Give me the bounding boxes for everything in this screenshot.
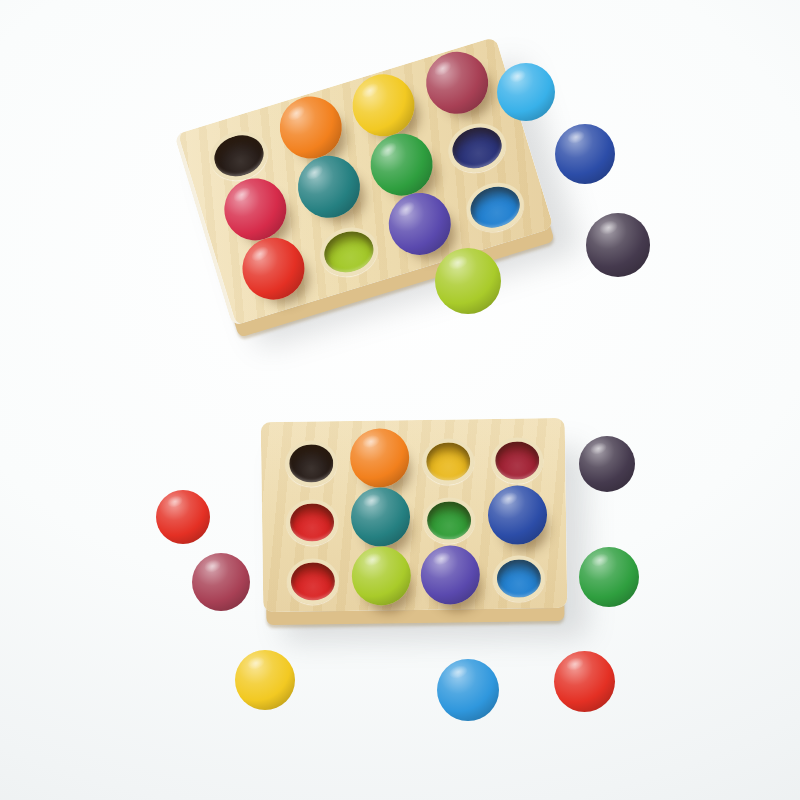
ball-yellow[interactable]	[345, 67, 422, 144]
bottom-board-cell-r2c1	[278, 492, 347, 552]
bottom-board-cell-r3c3	[415, 549, 484, 609]
hole-navy	[442, 117, 511, 180]
bottom-board-cell-r3c2	[347, 550, 416, 610]
bottom-board-cell-r2c3	[415, 490, 484, 550]
bottom-board-face	[261, 418, 568, 612]
product-photo-scene	[0, 0, 800, 800]
hole-lightblue	[492, 555, 545, 602]
ball-purple[interactable]	[420, 545, 480, 605]
hole-yellow	[422, 438, 475, 485]
hole-lime	[314, 221, 383, 284]
ball-maroon[interactable]	[418, 44, 495, 121]
ball-red[interactable]	[554, 651, 615, 712]
bottom-board-cell-r3c1	[279, 551, 348, 611]
hole-darkred	[491, 437, 544, 484]
ball-royalblue[interactable]	[555, 124, 615, 184]
ball-red[interactable]	[156, 490, 210, 544]
ball-orange[interactable]	[350, 428, 410, 488]
hole-black	[204, 124, 273, 187]
ball-maroon[interactable]	[192, 553, 250, 611]
bottom-board-cell-r1c2	[345, 432, 414, 492]
bottom-board	[261, 418, 568, 612]
ball-green[interactable]	[579, 547, 639, 607]
bottom-board-cell-r3c4	[484, 548, 553, 608]
ball-eggplant[interactable]	[586, 213, 650, 277]
ball-yellow[interactable]	[235, 650, 295, 710]
ball-royalblue[interactable]	[488, 485, 548, 545]
bottom-board-cell-r2c4	[483, 489, 552, 549]
bottom-board-cell-r1c1	[277, 433, 346, 493]
ball-lime[interactable]	[352, 546, 412, 606]
ball-skyblue[interactable]	[497, 63, 555, 121]
ball-azure[interactable]	[437, 659, 499, 721]
ball-lime[interactable]	[435, 248, 501, 314]
bottom-board-cell-r1c4	[482, 430, 551, 490]
hole-lightblue	[460, 176, 529, 239]
hole-red	[286, 499, 339, 546]
hole-green	[423, 497, 476, 544]
ball-eggplant[interactable]	[579, 436, 635, 492]
bottom-board-grid	[261, 418, 568, 612]
hole-red	[287, 558, 340, 605]
ball-orange[interactable]	[272, 89, 349, 166]
ball-teal[interactable]	[351, 487, 411, 547]
hole-black	[285, 440, 338, 487]
bottom-board-cell-r1c3	[414, 431, 483, 491]
bottom-board-cell-r2c2	[346, 491, 415, 551]
